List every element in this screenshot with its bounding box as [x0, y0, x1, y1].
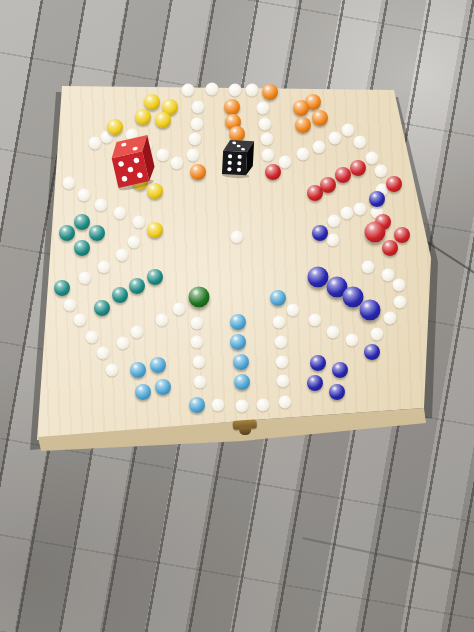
marble-yellow[interactable]	[144, 94, 160, 110]
marble-navy-blue[interactable]	[364, 344, 380, 360]
pieces-layer	[0, 0, 474, 632]
hole-empty	[191, 118, 204, 131]
marble-light-blue[interactable]	[189, 397, 205, 413]
hole-empty	[275, 336, 288, 349]
hole-empty	[279, 396, 292, 409]
hole-empty	[133, 216, 146, 229]
marble-navy-blue[interactable]	[329, 384, 345, 400]
hole-empty	[74, 314, 87, 327]
hole-empty	[95, 199, 108, 212]
hole-empty	[327, 326, 340, 339]
hole-empty	[276, 356, 289, 369]
hole-empty	[97, 347, 110, 360]
black-die[interactable]	[219, 138, 256, 178]
red-die[interactable]	[105, 132, 161, 192]
marble-teal[interactable]	[129, 278, 145, 294]
marble-orange[interactable]	[295, 117, 311, 133]
marble-orange[interactable]	[190, 164, 206, 180]
hole-empty	[98, 261, 111, 274]
hole-empty	[106, 364, 119, 377]
hole-empty	[375, 165, 388, 178]
hole-empty	[328, 215, 341, 228]
hole-empty	[171, 157, 184, 170]
hole-empty	[257, 399, 270, 412]
marble-red[interactable]	[335, 167, 351, 183]
hole-empty	[64, 299, 77, 312]
hole-empty	[229, 84, 242, 97]
marble-yellow[interactable]	[107, 119, 123, 135]
hole-empty	[79, 272, 92, 285]
hole-empty	[279, 156, 292, 169]
hole-empty	[313, 141, 326, 154]
marble-teal[interactable]	[147, 269, 163, 285]
hole-empty	[193, 356, 206, 369]
hole-empty	[354, 136, 367, 149]
marble-navy-blue[interactable]	[310, 355, 326, 371]
hole-empty	[114, 207, 127, 220]
marble-yellow[interactable]	[155, 112, 171, 128]
hole-empty	[329, 132, 342, 145]
marble-light-blue[interactable]	[155, 379, 171, 395]
marble-red[interactable]	[265, 164, 281, 180]
marble-teal[interactable]	[112, 287, 128, 303]
marble-yellow[interactable]	[135, 109, 151, 125]
hole-empty	[346, 334, 359, 347]
scene	[0, 0, 474, 632]
hole-empty	[182, 84, 195, 97]
marble-teal[interactable]	[74, 214, 90, 230]
marble-teal[interactable]	[89, 225, 105, 241]
hole-empty	[86, 331, 99, 344]
marble-navy-blue[interactable]	[369, 191, 385, 207]
hole-empty	[128, 236, 141, 249]
marble-teal[interactable]	[94, 300, 110, 316]
hole-empty	[117, 337, 130, 350]
marble-light-blue[interactable]	[135, 384, 151, 400]
marble-orange[interactable]	[224, 99, 240, 115]
hole-empty	[157, 149, 170, 162]
marble-red[interactable]	[320, 177, 336, 193]
marble-red[interactable]	[386, 176, 402, 192]
hole-empty	[212, 399, 225, 412]
hole-empty	[259, 118, 272, 131]
hole-empty	[342, 124, 355, 137]
marble-teal[interactable]	[74, 240, 90, 256]
hole-empty	[192, 101, 205, 114]
hole-empty	[382, 269, 395, 282]
marble-navy-blue[interactable]	[312, 225, 328, 241]
marble-red[interactable]	[382, 240, 398, 256]
hole-empty	[206, 83, 219, 96]
hole-empty	[194, 376, 207, 389]
marble-green[interactable]	[189, 287, 210, 308]
marble-orange[interactable]	[293, 100, 309, 116]
hole-empty	[327, 234, 340, 247]
hole-empty	[309, 314, 322, 327]
hole-empty	[156, 314, 169, 327]
marble-navy-blue[interactable]	[308, 267, 329, 288]
marble-light-blue[interactable]	[150, 357, 166, 373]
hole-empty	[131, 326, 144, 339]
marble-light-blue[interactable]	[130, 362, 146, 378]
hole-empty	[341, 207, 354, 220]
hole-empty	[297, 148, 310, 161]
hole-empty	[231, 231, 244, 244]
hole-empty	[394, 296, 407, 309]
hole-empty	[257, 102, 270, 115]
marble-teal[interactable]	[54, 280, 70, 296]
hole-empty	[189, 133, 202, 146]
hole-empty	[273, 316, 286, 329]
marble-red[interactable]	[350, 160, 366, 176]
hole-empty	[246, 84, 259, 97]
hole-empty	[384, 312, 397, 325]
hole-empty	[78, 189, 91, 202]
marble-red[interactable]	[394, 227, 410, 243]
hole-empty	[393, 279, 406, 292]
marble-light-blue[interactable]	[270, 290, 286, 306]
marble-orange[interactable]	[262, 84, 278, 100]
hole-empty	[354, 203, 367, 216]
hole-empty	[191, 317, 204, 330]
marble-light-blue[interactable]	[234, 374, 250, 390]
hole-empty	[261, 133, 274, 146]
hole-empty	[287, 304, 300, 317]
hole-empty	[191, 336, 204, 349]
marble-teal[interactable]	[59, 225, 75, 241]
marble-navy-blue[interactable]	[332, 362, 348, 378]
hole-empty	[89, 137, 102, 150]
hole-empty	[173, 303, 186, 316]
hole-empty	[366, 152, 379, 165]
hole-empty	[116, 249, 129, 262]
hole-empty	[277, 375, 290, 388]
marble-yellow[interactable]	[147, 222, 163, 238]
hole-empty	[187, 149, 200, 162]
hole-empty	[362, 261, 375, 274]
marble-navy-blue[interactable]	[360, 300, 381, 321]
hole-empty	[371, 328, 384, 341]
hole-empty	[236, 400, 249, 413]
hole-empty	[262, 149, 275, 162]
marble-light-blue[interactable]	[233, 354, 249, 370]
marble-yellow[interactable]	[147, 183, 163, 199]
marble-orange[interactable]	[312, 110, 328, 126]
marble-light-blue[interactable]	[230, 334, 246, 350]
marble-red[interactable]	[365, 222, 386, 243]
marble-light-blue[interactable]	[230, 314, 246, 330]
hole-empty	[63, 177, 76, 190]
marble-navy-blue[interactable]	[307, 375, 323, 391]
